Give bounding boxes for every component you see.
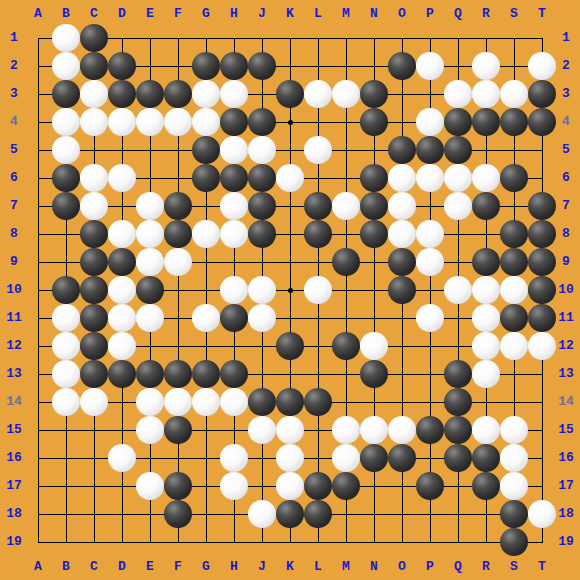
stone-black-R17[interactable] [472,472,500,500]
col-label-bottom-D: D [108,554,136,580]
stone-black-Q5[interactable] [444,136,472,164]
stone-black-S18[interactable] [500,500,528,528]
stone-white-E15[interactable] [136,416,164,444]
stone-black-O9[interactable] [388,248,416,276]
row-label-left-8: 8 [1,221,27,247]
stone-white-D16[interactable] [108,444,136,472]
stone-white-H16[interactable] [220,444,248,472]
stone-white-F14[interactable] [164,388,192,416]
stone-black-L7[interactable] [304,192,332,220]
stone-black-P17[interactable] [416,472,444,500]
col-label-top-N: N [360,1,388,27]
stone-black-G6[interactable] [192,164,220,192]
stone-black-C9[interactable] [80,248,108,276]
row-label-right-5: 5 [553,137,579,163]
stone-white-D11[interactable] [108,304,136,332]
stone-black-R16[interactable] [472,444,500,472]
stone-white-Q3[interactable] [444,80,472,108]
stone-black-N6[interactable] [360,164,388,192]
stone-white-T2[interactable] [528,52,556,80]
row-label-left-10: 10 [1,277,27,303]
stone-white-S3[interactable] [500,80,528,108]
stone-white-C4[interactable] [80,108,108,136]
stone-black-C10[interactable] [80,276,108,304]
stone-black-T7[interactable] [528,192,556,220]
stone-white-G8[interactable] [192,220,220,248]
stone-black-D13[interactable] [108,360,136,388]
stone-white-B13[interactable] [52,360,80,388]
col-label-top-J: J [248,1,276,27]
stone-black-B3[interactable] [52,80,80,108]
col-label-bottom-H: H [220,554,248,580]
stone-black-F17[interactable] [164,472,192,500]
stone-white-E17[interactable] [136,472,164,500]
stone-white-F9[interactable] [164,248,192,276]
stone-black-O2[interactable] [388,52,416,80]
col-label-top-D: D [108,1,136,27]
stone-black-M12[interactable] [332,332,360,360]
stone-white-E14[interactable] [136,388,164,416]
stone-white-S15[interactable] [500,416,528,444]
stone-black-D2[interactable] [108,52,136,80]
col-label-bottom-J: J [248,554,276,580]
star-point-K4 [288,120,293,125]
stone-white-O8[interactable] [388,220,416,248]
stone-black-H13[interactable] [220,360,248,388]
stone-white-T12[interactable] [528,332,556,360]
row-label-left-13: 13 [1,361,27,387]
row-label-right-4: 4 [553,109,579,135]
stone-white-B2[interactable] [52,52,80,80]
stone-white-M3[interactable] [332,80,360,108]
stone-white-F4[interactable] [164,108,192,136]
stone-black-S9[interactable] [500,248,528,276]
row-label-left-2: 2 [1,53,27,79]
stone-black-C2[interactable] [80,52,108,80]
stone-black-B7[interactable] [52,192,80,220]
stone-black-H2[interactable] [220,52,248,80]
stone-white-L3[interactable] [304,80,332,108]
stone-white-M15[interactable] [332,416,360,444]
row-label-right-7: 7 [553,193,579,219]
stone-black-T10[interactable] [528,276,556,304]
col-label-top-R: R [472,1,500,27]
col-label-top-O: O [388,1,416,27]
col-label-top-H: H [220,1,248,27]
stone-black-J2[interactable] [248,52,276,80]
stone-black-C1[interactable] [80,24,108,52]
stone-white-E4[interactable] [136,108,164,136]
col-label-top-S: S [500,1,528,27]
stone-white-K15[interactable] [276,416,304,444]
row-label-right-2: 2 [553,53,579,79]
stone-white-D4[interactable] [108,108,136,136]
stone-white-S12[interactable] [500,332,528,360]
stone-black-F3[interactable] [164,80,192,108]
row-label-right-6: 6 [553,165,579,191]
row-label-left-3: 3 [1,81,27,107]
row-label-right-17: 17 [553,473,579,499]
row-label-left-19: 19 [1,529,27,555]
stone-white-R2[interactable] [472,52,500,80]
stone-black-Q15[interactable] [444,416,472,444]
stone-white-H7[interactable] [220,192,248,220]
stone-black-F7[interactable] [164,192,192,220]
col-label-bottom-Q: Q [444,554,472,580]
col-label-bottom-E: E [136,554,164,580]
stone-white-E11[interactable] [136,304,164,332]
stone-black-K14[interactable] [276,388,304,416]
col-label-bottom-O: O [388,554,416,580]
row-label-right-8: 8 [553,221,579,247]
stone-black-D3[interactable] [108,80,136,108]
stone-white-S10[interactable] [500,276,528,304]
stone-black-N3[interactable] [360,80,388,108]
stone-white-D12[interactable] [108,332,136,360]
stone-black-R7[interactable] [472,192,500,220]
col-label-bottom-K: K [276,554,304,580]
stone-black-G5[interactable] [192,136,220,164]
row-label-left-11: 11 [1,305,27,331]
row-label-right-14: 14 [553,389,579,415]
stone-white-Q6[interactable] [444,164,472,192]
stone-black-N4[interactable] [360,108,388,136]
row-label-left-6: 6 [1,165,27,191]
stone-black-O10[interactable] [388,276,416,304]
stone-white-G4[interactable] [192,108,220,136]
stone-black-Q4[interactable] [444,108,472,136]
row-label-left-7: 7 [1,193,27,219]
row-label-right-15: 15 [553,417,579,443]
stone-white-K6[interactable] [276,164,304,192]
stone-black-L14[interactable] [304,388,332,416]
stone-white-R15[interactable] [472,416,500,444]
stone-white-C14[interactable] [80,388,108,416]
stone-white-B4[interactable] [52,108,80,136]
col-label-top-T: T [528,1,556,27]
col-label-bottom-L: L [304,554,332,580]
stone-black-F15[interactable] [164,416,192,444]
col-label-top-E: E [136,1,164,27]
row-label-left-16: 16 [1,445,27,471]
stone-black-H11[interactable] [220,304,248,332]
stone-black-K12[interactable] [276,332,304,360]
stone-white-M7[interactable] [332,192,360,220]
stone-white-L10[interactable] [304,276,332,304]
stone-white-B5[interactable] [52,136,80,164]
stone-white-H8[interactable] [220,220,248,248]
stone-white-O6[interactable] [388,164,416,192]
stone-black-R4[interactable] [472,108,500,136]
stone-white-H14[interactable] [220,388,248,416]
row-label-left-5: 5 [1,137,27,163]
stone-white-P9[interactable] [416,248,444,276]
col-label-top-M: M [332,1,360,27]
stone-white-H5[interactable] [220,136,248,164]
stone-black-S8[interactable] [500,220,528,248]
row-label-right-10: 10 [553,277,579,303]
stone-black-C8[interactable] [80,220,108,248]
stone-black-F13[interactable] [164,360,192,388]
col-label-top-G: G [192,1,220,27]
row-label-left-4: 4 [1,109,27,135]
stone-white-B14[interactable] [52,388,80,416]
row-label-right-13: 13 [553,361,579,387]
stone-white-R10[interactable] [472,276,500,304]
stone-black-T4[interactable] [528,108,556,136]
row-label-right-11: 11 [553,305,579,331]
stone-white-J11[interactable] [248,304,276,332]
stone-white-H17[interactable] [220,472,248,500]
stone-white-P4[interactable] [416,108,444,136]
stone-white-Q10[interactable] [444,276,472,304]
stone-black-P15[interactable] [416,416,444,444]
stone-black-S19[interactable] [500,528,528,556]
col-label-bottom-M: M [332,554,360,580]
stone-white-R11[interactable] [472,304,500,332]
stone-white-O15[interactable] [388,416,416,444]
stone-white-Q7[interactable] [444,192,472,220]
stone-black-J6[interactable] [248,164,276,192]
col-label-top-A: A [24,1,52,27]
stone-black-T11[interactable] [528,304,556,332]
stone-black-K18[interactable] [276,500,304,528]
col-label-bottom-R: R [472,554,500,580]
stone-white-G3[interactable] [192,80,220,108]
stone-black-Q14[interactable] [444,388,472,416]
col-label-top-P: P [416,1,444,27]
stone-black-T8[interactable] [528,220,556,248]
col-label-top-Q: Q [444,1,472,27]
row-label-right-16: 16 [553,445,579,471]
stone-white-B1[interactable] [52,24,80,52]
stone-white-H3[interactable] [220,80,248,108]
col-label-bottom-A: A [24,554,52,580]
stone-black-N8[interactable] [360,220,388,248]
stone-black-J7[interactable] [248,192,276,220]
stone-black-G2[interactable] [192,52,220,80]
stone-white-K17[interactable] [276,472,304,500]
row-label-left-18: 18 [1,501,27,527]
stone-black-N16[interactable] [360,444,388,472]
stone-black-O5[interactable] [388,136,416,164]
stone-black-Q16[interactable] [444,444,472,472]
stone-white-G11[interactable] [192,304,220,332]
stone-white-M16[interactable] [332,444,360,472]
stone-white-D8[interactable] [108,220,136,248]
stone-black-S4[interactable] [500,108,528,136]
stone-white-R3[interactable] [472,80,500,108]
stone-black-H4[interactable] [220,108,248,136]
stone-black-T3[interactable] [528,80,556,108]
col-label-bottom-T: T [528,554,556,580]
stone-white-R13[interactable] [472,360,500,388]
row-label-right-18: 18 [553,501,579,527]
stone-black-B6[interactable] [52,164,80,192]
stone-white-J15[interactable] [248,416,276,444]
col-label-bottom-G: G [192,554,220,580]
stone-white-C7[interactable] [80,192,108,220]
row-label-left-17: 17 [1,473,27,499]
stone-black-B10[interactable] [52,276,80,304]
stone-white-P11[interactable] [416,304,444,332]
stone-black-J14[interactable] [248,388,276,416]
stone-black-S11[interactable] [500,304,528,332]
col-label-bottom-N: N [360,554,388,580]
stone-black-F8[interactable] [164,220,192,248]
stone-black-H6[interactable] [220,164,248,192]
star-point-K10 [288,288,293,293]
stone-white-T18[interactable] [528,500,556,528]
row-label-left-9: 9 [1,249,27,275]
stone-white-L5[interactable] [304,136,332,164]
stone-black-L8[interactable] [304,220,332,248]
stone-white-O7[interactable] [388,192,416,220]
stone-white-J5[interactable] [248,136,276,164]
stone-black-D9[interactable] [108,248,136,276]
stone-black-L18[interactable] [304,500,332,528]
col-label-bottom-B: B [52,554,80,580]
col-label-top-L: L [304,1,332,27]
stone-black-N13[interactable] [360,360,388,388]
row-label-left-15: 15 [1,417,27,443]
stone-white-P8[interactable] [416,220,444,248]
stone-white-C6[interactable] [80,164,108,192]
stone-white-N15[interactable] [360,416,388,444]
stone-black-J8[interactable] [248,220,276,248]
stone-black-N7[interactable] [360,192,388,220]
row-label-right-3: 3 [553,81,579,107]
stone-white-S16[interactable] [500,444,528,472]
stone-white-R6[interactable] [472,164,500,192]
stone-white-B12[interactable] [52,332,80,360]
stone-black-M17[interactable] [332,472,360,500]
stone-black-J4[interactable] [248,108,276,136]
goban: AABBCCDDEEFFGGHHJJKKLLMMNNOOPPQQRRSSTT11… [0,0,580,580]
col-label-bottom-S: S [500,554,528,580]
stone-white-S17[interactable] [500,472,528,500]
row-label-right-12: 12 [553,333,579,359]
stone-white-J10[interactable] [248,276,276,304]
stone-black-M9[interactable] [332,248,360,276]
stone-white-E8[interactable] [136,220,164,248]
stone-white-P6[interactable] [416,164,444,192]
stone-black-S6[interactable] [500,164,528,192]
stone-black-O16[interactable] [388,444,416,472]
row-label-right-1: 1 [553,25,579,51]
row-label-right-19: 19 [553,529,579,555]
stone-white-E9[interactable] [136,248,164,276]
stone-white-P2[interactable] [416,52,444,80]
stone-black-K3[interactable] [276,80,304,108]
stone-white-C3[interactable] [80,80,108,108]
col-label-top-F: F [164,1,192,27]
stone-black-E3[interactable] [136,80,164,108]
stone-white-R12[interactable] [472,332,500,360]
col-label-top-K: K [276,1,304,27]
row-label-left-14: 14 [1,389,27,415]
stone-black-T9[interactable] [528,248,556,276]
row-label-right-9: 9 [553,249,579,275]
stone-white-B11[interactable] [52,304,80,332]
stone-black-C12[interactable] [80,332,108,360]
stone-black-F18[interactable] [164,500,192,528]
stone-white-J18[interactable] [248,500,276,528]
stone-black-E13[interactable] [136,360,164,388]
col-label-bottom-F: F [164,554,192,580]
stone-white-H10[interactable] [220,276,248,304]
stone-black-P5[interactable] [416,136,444,164]
stone-black-C13[interactable] [80,360,108,388]
stone-white-D6[interactable] [108,164,136,192]
stone-white-K16[interactable] [276,444,304,472]
stone-white-N12[interactable] [360,332,388,360]
stone-white-E7[interactable] [136,192,164,220]
stone-black-C11[interactable] [80,304,108,332]
stone-black-E10[interactable] [136,276,164,304]
row-label-left-1: 1 [1,25,27,51]
stone-black-R9[interactable] [472,248,500,276]
stone-black-L17[interactable] [304,472,332,500]
col-label-bottom-C: C [80,554,108,580]
col-label-bottom-P: P [416,554,444,580]
stone-white-G14[interactable] [192,388,220,416]
stone-white-D10[interactable] [108,276,136,304]
stone-black-Q13[interactable] [444,360,472,388]
stone-black-G13[interactable] [192,360,220,388]
row-label-left-12: 12 [1,333,27,359]
